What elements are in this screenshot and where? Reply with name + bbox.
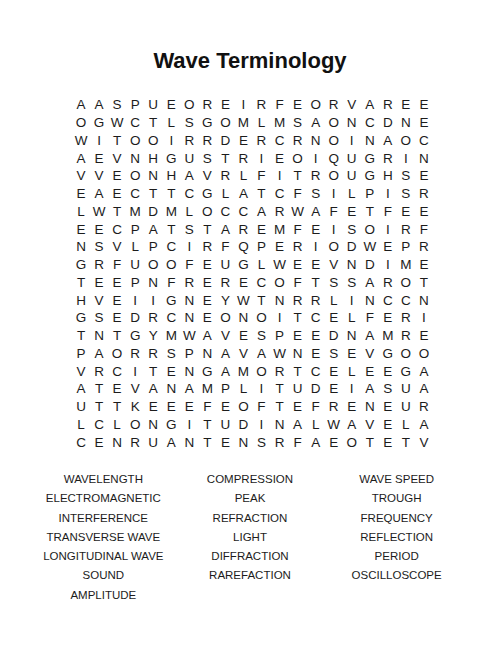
grid-cell-r19c3: L [108, 416, 126, 434]
grid-cell-r17c15: E [325, 380, 343, 398]
grid-cell-r11c9: R [216, 274, 234, 292]
word-list-item: COMPRESSION [177, 470, 324, 489]
word-list-item: RAREFACTION [177, 566, 324, 585]
grid-cell-r8c11: E [252, 220, 270, 238]
grid-cell-r13c1: G [72, 309, 90, 327]
grid-cell-r7c14: A [307, 203, 325, 221]
grid-cell-r10c3: F [108, 256, 126, 274]
grid-cell-r8c6: T [162, 220, 180, 238]
grid-cell-r9c5: P [144, 238, 162, 256]
grid-cell-r3c15: O [325, 132, 343, 150]
grid-cell-r13c6: C [162, 309, 180, 327]
grid-cell-r16c15: E [325, 362, 343, 380]
puzzle-title: Wave Terminology [0, 48, 500, 74]
grid-cell-r19c13: A [289, 416, 307, 434]
grid-cell-r15c3: O [108, 345, 126, 363]
grid-cell-r14c16: N [343, 327, 361, 345]
word-list-column-2: COMPRESSIONPEAKREFRACTIONLIGHTDIFFRACTIO… [177, 470, 324, 605]
grid-cell-r14c11: S [252, 327, 270, 345]
grid-cell-r12c15: L [325, 291, 343, 309]
grid-cell-r2c17: C [361, 114, 379, 132]
grid-cell-r4c5: H [144, 149, 162, 167]
grid-cell-r14c15: D [325, 327, 343, 345]
grid-cell-r15c17: V [361, 345, 379, 363]
grid-cell-r6c7: C [180, 185, 198, 203]
grid-cell-r1c20: E [415, 96, 433, 114]
grid-cell-r8c3: C [108, 220, 126, 238]
word-list-column-1: WAVELENGTHELECTROMAGNETICINTERFERENCETRA… [30, 470, 177, 605]
grid-cell-r15c20: O [415, 345, 433, 363]
grid-cell-r3c19: O [397, 132, 415, 150]
grid-cell-r18c18: E [379, 398, 397, 416]
grid-cell-r2c12: M [271, 114, 289, 132]
word-list-item: WAVELENGTH [30, 470, 177, 489]
grid-cell-r4c1: A [72, 149, 90, 167]
grid-cell-r19c17: V [361, 416, 379, 434]
grid-cell-r14c4: G [126, 327, 144, 345]
grid-cell-r16c1: V [72, 362, 90, 380]
grid-cell-r3c20: C [415, 132, 433, 150]
grid-cell-r12c13: R [289, 291, 307, 309]
grid-cell-r7c5: D [144, 203, 162, 221]
grid-cell-r14c13: E [289, 327, 307, 345]
grid-cell-r7c2: W [90, 203, 108, 221]
grid-cell-r3c12: C [271, 132, 289, 150]
grid-cell-r8c2: E [90, 220, 108, 238]
grid-cell-r2c16: N [343, 114, 361, 132]
grid-cell-r17c7: A [180, 380, 198, 398]
grid-cell-r7c6: M [162, 203, 180, 221]
grid-cell-r5c1: V [72, 167, 90, 185]
word-list-item: DIFFRACTION [177, 547, 324, 566]
grid-cell-r15c15: S [325, 345, 343, 363]
grid-cell-r18c15: R [325, 398, 343, 416]
grid-cell-r12c20: N [415, 291, 433, 309]
grid-cell-r9c8: R [198, 238, 216, 256]
grid-cell-r20c10: N [234, 433, 252, 451]
grid-cell-r4c7: U [180, 149, 198, 167]
grid-cell-r10c12: W [271, 256, 289, 274]
grid-cell-r3c10: E [234, 132, 252, 150]
grid-cell-r11c14: T [307, 274, 325, 292]
grid-cell-r5c20: E [415, 167, 433, 185]
grid-cell-r1c15: R [325, 96, 343, 114]
grid-cell-r18c1: U [72, 398, 90, 416]
grid-cell-r11c1: T [72, 274, 90, 292]
grid-cell-r13c18: E [379, 309, 397, 327]
grid-cell-r12c17: N [361, 291, 379, 309]
grid-cell-r7c1: L [72, 203, 90, 221]
grid-cell-r12c2: V [90, 291, 108, 309]
grid-cell-r17c1: A [72, 380, 90, 398]
grid-cell-r19c4: O [126, 416, 144, 434]
grid-cell-r16c7: N [180, 362, 198, 380]
grid-cell-r13c11: O [252, 309, 270, 327]
grid-cell-r6c17: P [361, 185, 379, 203]
grid-cell-r8c15: I [325, 220, 343, 238]
grid-cell-r20c18: E [379, 433, 397, 451]
grid-cell-r5c8: V [198, 167, 216, 185]
grid-cell-r11c2: E [90, 274, 108, 292]
grid-cell-r9c11: P [252, 238, 270, 256]
word-list-item: TROUGH [323, 489, 470, 508]
grid-cell-r14c17: A [361, 327, 379, 345]
grid-cell-r1c9: E [216, 96, 234, 114]
grid-cell-r20c11: S [252, 433, 270, 451]
grid-cell-r9c2: S [90, 238, 108, 256]
grid-cell-r6c20: R [415, 185, 433, 203]
grid-cell-r3c5: O [144, 132, 162, 150]
grid-cell-r12c7: N [180, 291, 198, 309]
grid-cell-r3c1: W [72, 132, 90, 150]
grid-cell-r3c3: T [108, 132, 126, 150]
grid-cell-r5c2: V [90, 167, 108, 185]
grid-cell-r15c6: S [162, 345, 180, 363]
grid-cell-r17c14: D [307, 380, 325, 398]
grid-cell-r19c15: W [325, 416, 343, 434]
grid-cell-r10c15: V [325, 256, 343, 274]
grid-cell-r10c1: G [72, 256, 90, 274]
word-list-item: ELECTROMAGNETIC [30, 489, 177, 508]
grid-cell-r18c8: F [198, 398, 216, 416]
grid-cell-r19c1: L [72, 416, 90, 434]
grid-cell-r2c5: T [144, 114, 162, 132]
grid-cell-r5c10: L [234, 167, 252, 185]
grid-cell-r11c15: S [325, 274, 343, 292]
grid-cell-r15c14: E [307, 345, 325, 363]
grid-cell-r18c11: F [252, 398, 270, 416]
grid-cell-r9c9: F [216, 238, 234, 256]
grid-cell-r18c3: T [108, 398, 126, 416]
grid-cell-r4c4: N [126, 149, 144, 167]
grid-cell-r6c13: F [289, 185, 307, 203]
grid-cell-r9c20: R [415, 238, 433, 256]
grid-cell-r3c7: R [180, 132, 198, 150]
grid-cell-r13c9: O [216, 309, 234, 327]
word-list: WAVELENGTHELECTROMAGNETICINTERFERENCETRA… [30, 470, 470, 605]
grid-cell-r14c1: T [72, 327, 90, 345]
grid-cell-r17c3: E [108, 380, 126, 398]
grid-cell-r7c7: L [180, 203, 198, 221]
grid-cell-r3c4: O [126, 132, 144, 150]
grid-cell-r9c15: O [325, 238, 343, 256]
grid-cell-r3c13: R [289, 132, 307, 150]
grid-cell-r8c5: A [144, 220, 162, 238]
grid-cell-r2c6: L [162, 114, 180, 132]
grid-cell-r9c16: D [343, 238, 361, 256]
word-list-column-3: WAVE SPEEDTROUGHFREQUENCYREFLECTIONPERIO… [323, 470, 470, 605]
grid-cell-r1c11: R [252, 96, 270, 114]
grid-cell-r14c18: M [379, 327, 397, 345]
grid-cell-r10c2: R [90, 256, 108, 274]
grid-cell-r4c18: R [379, 149, 397, 167]
grid-cell-r10c20: E [415, 256, 433, 274]
grid-cell-r18c16: E [343, 398, 361, 416]
grid-cell-r11c12: O [271, 274, 289, 292]
grid-cell-r12c12: N [271, 291, 289, 309]
grid-cell-r16c9: A [216, 362, 234, 380]
word-list-item: INTERFERENCE [30, 509, 177, 528]
grid-cell-r1c17: A [361, 96, 379, 114]
grid-cell-r19c20: A [415, 416, 433, 434]
grid-cell-r1c3: S [108, 96, 126, 114]
grid-cell-r4c6: G [162, 149, 180, 167]
grid-cell-r7c13: W [289, 203, 307, 221]
grid-cell-r11c11: C [252, 274, 270, 292]
grid-cell-r7c4: M [126, 203, 144, 221]
grid-cell-r20c2: E [90, 433, 108, 451]
grid-cell-r12c14: R [307, 291, 325, 309]
grid-cell-r19c2: C [90, 416, 108, 434]
grid-cell-r10c7: F [180, 256, 198, 274]
grid-cell-r7c20: E [415, 203, 433, 221]
grid-cell-r4c13: O [289, 149, 307, 167]
grid-cell-r10c9: U [216, 256, 234, 274]
word-list-item: PERIOD [323, 547, 470, 566]
grid-cell-r17c6: N [162, 380, 180, 398]
grid-cell-r16c18: E [379, 362, 397, 380]
grid-cell-r6c9: L [216, 185, 234, 203]
grid-cell-r10c16: N [343, 256, 361, 274]
grid-cell-r19c11: I [252, 416, 270, 434]
word-search-grid: AASPUEOREIRFEORVAREEOGWCTLSGOMLMSAONCDNE… [72, 96, 433, 451]
grid-cell-r12c18: C [379, 291, 397, 309]
grid-cell-r5c17: G [361, 167, 379, 185]
grid-cell-r15c9: A [216, 345, 234, 363]
grid-cell-r19c16: A [343, 416, 361, 434]
grid-cell-r9c3: V [108, 238, 126, 256]
grid-cell-r2c2: G [90, 114, 108, 132]
grid-cell-r16c20: A [415, 362, 433, 380]
grid-cell-r13c5: R [144, 309, 162, 327]
grid-cell-r10c4: U [126, 256, 144, 274]
grid-cell-r19c9: U [216, 416, 234, 434]
grid-cell-r18c7: E [180, 398, 198, 416]
grid-cell-r10c17: D [361, 256, 379, 274]
grid-cell-r6c10: A [234, 185, 252, 203]
grid-cell-r15c10: V [234, 345, 252, 363]
grid-cell-r5c5: N [144, 167, 162, 185]
grid-cell-r5c15: O [325, 167, 343, 185]
word-list-item: LONGITUDINAL WAVE [30, 547, 177, 566]
grid-cell-r10c11: L [252, 256, 270, 274]
grid-cell-r19c6: G [162, 416, 180, 434]
grid-cell-r18c19: U [397, 398, 415, 416]
grid-cell-r18c9: E [216, 398, 234, 416]
grid-cell-r13c20: I [415, 309, 433, 327]
grid-cell-r12c11: T [252, 291, 270, 309]
grid-cell-r13c15: E [325, 309, 343, 327]
word-list-item: FREQUENCY [323, 509, 470, 528]
grid-cell-r2c20: E [415, 114, 433, 132]
word-list-item: SOUND [30, 566, 177, 585]
grid-cell-r18c12: T [271, 398, 289, 416]
grid-cell-r2c8: G [198, 114, 216, 132]
grid-cell-r14c2: N [90, 327, 108, 345]
grid-cell-r1c2: A [90, 96, 108, 114]
grid-cell-r16c11: O [252, 362, 270, 380]
grid-cell-r8c20: F [415, 220, 433, 238]
grid-cell-r19c8: T [198, 416, 216, 434]
grid-cell-r5c19: S [397, 167, 415, 185]
grid-cell-r17c20: A [415, 380, 433, 398]
grid-cell-r1c10: I [234, 96, 252, 114]
grid-cell-r6c8: G [198, 185, 216, 203]
grid-cell-r17c10: L [234, 380, 252, 398]
grid-cell-r6c14: S [307, 185, 325, 203]
grid-cell-r15c1: P [72, 345, 90, 363]
grid-cell-r20c20: V [415, 433, 433, 451]
word-list-item: AMPLITUDE [30, 586, 177, 605]
grid-cell-r6c5: T [144, 185, 162, 203]
grid-cell-r5c11: F [252, 167, 270, 185]
grid-cell-r8c9: A [216, 220, 234, 238]
grid-cell-r12c19: C [397, 291, 415, 309]
grid-cell-r10c14: E [307, 256, 325, 274]
grid-cell-r8c18: I [379, 220, 397, 238]
grid-cell-r14c19: R [397, 327, 415, 345]
grid-cell-r11c4: P [126, 274, 144, 292]
grid-cell-r19c7: I [180, 416, 198, 434]
grid-cell-r8c17: O [361, 220, 379, 238]
grid-cell-r5c6: H [162, 167, 180, 185]
grid-cell-r20c19: T [397, 433, 415, 451]
grid-cell-r1c5: U [144, 96, 162, 114]
grid-cell-r2c18: D [379, 114, 397, 132]
grid-cell-r18c20: R [415, 398, 433, 416]
grid-cell-r4c17: G [361, 149, 379, 167]
grid-cell-r7c3: T [108, 203, 126, 221]
grid-cell-r20c7: N [180, 433, 198, 451]
word-list-item: LIGHT [177, 528, 324, 547]
grid-cell-r2c15: O [325, 114, 343, 132]
grid-cell-r14c20: E [415, 327, 433, 345]
grid-cell-r13c17: F [361, 309, 379, 327]
grid-cell-r18c14: F [307, 398, 325, 416]
grid-cell-r7c11: A [252, 203, 270, 221]
grid-cell-r11c13: F [289, 274, 307, 292]
grid-cell-r15c18: G [379, 345, 397, 363]
grid-cell-r18c17: N [361, 398, 379, 416]
grid-cell-r6c15: I [325, 185, 343, 203]
grid-cell-r5c4: O [126, 167, 144, 185]
grid-cell-r11c8: E [198, 274, 216, 292]
grid-cell-r6c11: T [252, 185, 270, 203]
grid-cell-r8c13: F [289, 220, 307, 238]
grid-cell-r2c9: O [216, 114, 234, 132]
grid-cell-r8c1: E [72, 220, 90, 238]
grid-cell-r15c2: A [90, 345, 108, 363]
grid-cell-r19c12: N [271, 416, 289, 434]
grid-cell-r17c11: I [252, 380, 270, 398]
grid-cell-r10c19: M [397, 256, 415, 274]
grid-cell-r20c12: R [271, 433, 289, 451]
grid-cell-r6c19: S [397, 185, 415, 203]
grid-cell-r3c9: D [216, 132, 234, 150]
grid-cell-r18c10: O [234, 398, 252, 416]
grid-cell-r13c2: S [90, 309, 108, 327]
grid-cell-r7c16: E [343, 203, 361, 221]
grid-cell-r14c5: Y [144, 327, 162, 345]
grid-cell-r5c16: U [343, 167, 361, 185]
grid-cell-r17c12: T [271, 380, 289, 398]
grid-cell-r6c4: C [126, 185, 144, 203]
grid-cell-r15c13: N [289, 345, 307, 363]
grid-cell-r4c19: I [397, 149, 415, 167]
grid-cell-r12c16: I [343, 291, 361, 309]
grid-cell-r11c19: O [397, 274, 415, 292]
grid-cell-r9c18: E [379, 238, 397, 256]
grid-cell-r17c4: V [126, 380, 144, 398]
grid-cell-r12c5: I [144, 291, 162, 309]
grid-cell-r2c3: W [108, 114, 126, 132]
grid-cell-r19c14: L [307, 416, 325, 434]
grid-cell-r3c11: R [252, 132, 270, 150]
grid-cell-r2c1: O [72, 114, 90, 132]
grid-cell-r11c16: S [343, 274, 361, 292]
grid-cell-r8c16: S [343, 220, 361, 238]
grid-cell-r5c12: I [271, 167, 289, 185]
grid-cell-r11c6: F [162, 274, 180, 292]
grid-cell-r1c6: E [162, 96, 180, 114]
grid-cell-r11c20: T [415, 274, 433, 292]
grid-cell-r16c2: R [90, 362, 108, 380]
grid-cell-r15c7: P [180, 345, 198, 363]
grid-cell-r16c19: G [397, 362, 415, 380]
grid-cell-r8c7: S [180, 220, 198, 238]
grid-cell-r17c19: U [397, 380, 415, 398]
grid-cell-r17c13: U [289, 380, 307, 398]
grid-cell-r20c14: A [307, 433, 325, 451]
grid-cell-r11c18: R [379, 274, 397, 292]
grid-cell-r14c14: E [307, 327, 325, 345]
grid-cell-r6c16: L [343, 185, 361, 203]
grid-cell-r10c10: G [234, 256, 252, 274]
grid-cell-r1c8: R [198, 96, 216, 114]
grid-cell-r5c9: R [216, 167, 234, 185]
grid-cell-r9c14: I [307, 238, 325, 256]
grid-cell-r4c3: V [108, 149, 126, 167]
grid-cell-r6c2: A [90, 185, 108, 203]
grid-cell-r14c3: T [108, 327, 126, 345]
grid-cell-r6c1: E [72, 185, 90, 203]
word-list-item: OSCILLOSCOPE [323, 566, 470, 585]
grid-cell-r15c12: W [271, 345, 289, 363]
grid-cell-r7c8: O [198, 203, 216, 221]
grid-cell-r2c11: L [252, 114, 270, 132]
grid-cell-r12c1: H [72, 291, 90, 309]
grid-cell-r14c9: V [216, 327, 234, 345]
grid-cell-r19c5: N [144, 416, 162, 434]
grid-cell-r1c12: F [271, 96, 289, 114]
grid-cell-r14c8: A [198, 327, 216, 345]
grid-cell-r16c16: L [343, 362, 361, 380]
grid-cell-r18c13: E [289, 398, 307, 416]
grid-cell-r13c3: E [108, 309, 126, 327]
grid-cell-r13c16: L [343, 309, 361, 327]
grid-cell-r1c18: R [379, 96, 397, 114]
grid-cell-r7c12: R [271, 203, 289, 221]
grid-cell-r14c6: M [162, 327, 180, 345]
word-search-page: Wave Terminology AASPUEOREIRFEORVAREEOGW… [0, 0, 500, 647]
grid-cell-r10c13: E [289, 256, 307, 274]
grid-cell-r6c18: I [379, 185, 397, 203]
grid-cell-r10c18: I [379, 256, 397, 274]
grid-cell-r10c8: E [198, 256, 216, 274]
grid-cell-r4c9: T [216, 149, 234, 167]
grid-cell-r3c16: I [343, 132, 361, 150]
grid-cell-r16c4: I [126, 362, 144, 380]
